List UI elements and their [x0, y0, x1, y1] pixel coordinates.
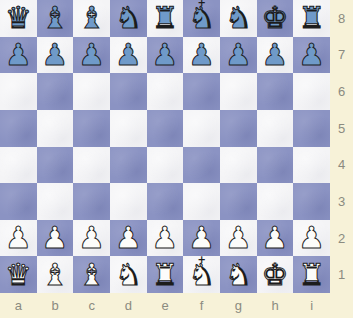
square-c5[interactable] — [73, 110, 110, 147]
square-a2[interactable]: ♟ — [0, 220, 37, 257]
square-g7[interactable]: ♟ — [220, 37, 257, 74]
file-label-d: d — [125, 298, 132, 313]
square-i8[interactable]: ♜ — [293, 0, 330, 37]
square-e3[interactable] — [147, 183, 184, 220]
square-e1[interactable]: ♜ — [147, 256, 184, 293]
square-c6[interactable] — [73, 73, 110, 110]
square-f6[interactable] — [183, 73, 220, 110]
square-b7[interactable]: ♟ — [37, 37, 74, 74]
piece-bP-h7[interactable]: ♟ — [262, 40, 289, 70]
square-f2[interactable]: ♟ — [183, 220, 220, 257]
square-e5[interactable] — [147, 110, 184, 147]
piece-wP-f2[interactable]: ♟ — [188, 223, 215, 253]
square-a8[interactable]: ♛ — [0, 0, 37, 37]
square-e2[interactable]: ♟ — [147, 220, 184, 257]
square-g8[interactable]: ♞ — [220, 0, 257, 37]
file-labels: abcdefghi — [0, 293, 330, 318]
square-h5[interactable] — [257, 110, 294, 147]
square-a5[interactable] — [0, 110, 37, 147]
rank-label-6: 6 — [338, 84, 345, 99]
board-stage: ♛♝♝♞♜♞+♞♚♜♟♟♟♟♟♟♟♟♟♟♟♟♟♟♟♟♟♟♛♝♝♞♜♞+♞♚♜ 8… — [0, 0, 353, 318]
square-i1[interactable]: ♜ — [293, 256, 330, 293]
piece-wP-e2[interactable]: ♟ — [152, 223, 179, 253]
piece-wB-c1[interactable]: ♝ — [78, 260, 105, 290]
file-label-e: e — [161, 298, 168, 313]
square-g6[interactable] — [220, 73, 257, 110]
piece-wP-c2[interactable]: ♟ — [78, 223, 105, 253]
square-a4[interactable] — [0, 147, 37, 184]
square-c1[interactable]: ♝ — [73, 256, 110, 293]
square-e4[interactable] — [147, 147, 184, 184]
square-d2[interactable]: ♟ — [110, 220, 147, 257]
file-label-b: b — [51, 298, 58, 313]
square-d1[interactable]: ♞ — [110, 256, 147, 293]
piece-bR-i8[interactable]: ♜ — [298, 3, 325, 33]
piece-wR-e1[interactable]: ♜ — [152, 260, 179, 290]
square-a3[interactable] — [0, 183, 37, 220]
board: ♛♝♝♞♜♞+♞♚♜♟♟♟♟♟♟♟♟♟♟♟♟♟♟♟♟♟♟♛♝♝♞♜♞+♞♚♜ — [0, 0, 330, 293]
square-d5[interactable] — [110, 110, 147, 147]
rank-label-3: 3 — [338, 194, 345, 209]
piece-bP-b7[interactable]: ♟ — [42, 40, 69, 70]
square-c2[interactable]: ♟ — [73, 220, 110, 257]
piece-bK-h8[interactable]: ♚ — [262, 3, 289, 33]
minister-mitre-icon: + — [197, 255, 205, 265]
square-i4[interactable] — [293, 147, 330, 184]
piece-wN-d1[interactable]: ♞ — [115, 260, 142, 290]
rank-label-2: 2 — [338, 231, 345, 246]
square-f4[interactable] — [183, 147, 220, 184]
square-b2[interactable]: ♟ — [37, 220, 74, 257]
square-b3[interactable] — [37, 183, 74, 220]
piece-bA-f8[interactable]: ♞+ — [188, 3, 215, 33]
file-label-c: c — [88, 298, 95, 313]
square-d7[interactable]: ♟ — [110, 37, 147, 74]
piece-wR-i1[interactable]: ♜ — [298, 260, 325, 290]
square-h2[interactable]: ♟ — [257, 220, 294, 257]
piece-bP-f7[interactable]: ♟ — [188, 40, 215, 70]
piece-bR-e8[interactable]: ♜ — [152, 3, 179, 33]
file-label-h: h — [271, 298, 278, 313]
square-c7[interactable]: ♟ — [73, 37, 110, 74]
square-e8[interactable]: ♜ — [147, 0, 184, 37]
square-h6[interactable] — [257, 73, 294, 110]
square-f5[interactable] — [183, 110, 220, 147]
rank-label-4: 4 — [338, 157, 345, 172]
square-h7[interactable]: ♟ — [257, 37, 294, 74]
square-f8[interactable]: ♞+ — [183, 0, 220, 37]
square-f7[interactable]: ♟ — [183, 37, 220, 74]
square-a7[interactable]: ♟ — [0, 37, 37, 74]
piece-bP-e7[interactable]: ♟ — [152, 40, 179, 70]
rank-label-7: 7 — [338, 47, 345, 62]
square-e7[interactable]: ♟ — [147, 37, 184, 74]
piece-wP-g2[interactable]: ♟ — [225, 223, 252, 253]
rank-label-8: 8 — [338, 11, 345, 26]
square-h4[interactable] — [257, 147, 294, 184]
square-a1[interactable]: ♛ — [0, 256, 37, 293]
square-a6[interactable] — [0, 73, 37, 110]
square-g1[interactable]: ♞ — [220, 256, 257, 293]
square-d6[interactable] — [110, 73, 147, 110]
piece-wN-g1[interactable]: ♞ — [225, 260, 252, 290]
square-d4[interactable] — [110, 147, 147, 184]
piece-bB-b8[interactable]: ♝ — [42, 3, 69, 33]
square-g4[interactable] — [220, 147, 257, 184]
square-b4[interactable] — [37, 147, 74, 184]
square-h1[interactable]: ♚ — [257, 256, 294, 293]
square-d8[interactable]: ♞ — [110, 0, 147, 37]
square-i5[interactable] — [293, 110, 330, 147]
square-b5[interactable] — [37, 110, 74, 147]
corner-spacer — [330, 293, 353, 318]
square-h3[interactable] — [257, 183, 294, 220]
minister-mitre-icon: + — [197, 0, 205, 8]
square-e6[interactable] — [147, 73, 184, 110]
piece-bP-c7[interactable]: ♟ — [78, 40, 105, 70]
square-f3[interactable] — [183, 183, 220, 220]
piece-wP-h2[interactable]: ♟ — [262, 223, 289, 253]
piece-bN-d8[interactable]: ♞ — [115, 3, 142, 33]
piece-bP-g7[interactable]: ♟ — [225, 40, 252, 70]
piece-wK-h1[interactable]: ♚ — [262, 260, 289, 290]
piece-wA-f1[interactable]: ♞+ — [188, 260, 215, 290]
piece-bB-c8[interactable]: ♝ — [78, 3, 105, 33]
square-h8[interactable]: ♚ — [257, 0, 294, 37]
file-label-f: f — [200, 298, 204, 313]
piece-bP-i7[interactable]: ♟ — [298, 40, 325, 70]
piece-wP-b2[interactable]: ♟ — [42, 223, 69, 253]
square-i6[interactable] — [293, 73, 330, 110]
rank-label-1: 1 — [338, 267, 345, 282]
piece-bP-d7[interactable]: ♟ — [115, 40, 142, 70]
square-i3[interactable] — [293, 183, 330, 220]
file-label-a: a — [15, 298, 22, 313]
piece-bQ-a8[interactable]: ♛ — [5, 3, 32, 33]
piece-bP-a7[interactable]: ♟ — [5, 40, 32, 70]
square-d3[interactable] — [110, 183, 147, 220]
piece-wB-b1[interactable]: ♝ — [42, 260, 69, 290]
piece-wQ-a1[interactable]: ♛ — [5, 260, 32, 290]
square-g5[interactable] — [220, 110, 257, 147]
piece-wP-i2[interactable]: ♟ — [298, 223, 325, 253]
file-label-g: g — [235, 298, 242, 313]
square-b1[interactable]: ♝ — [37, 256, 74, 293]
square-c4[interactable] — [73, 147, 110, 184]
piece-wP-d2[interactable]: ♟ — [115, 223, 142, 253]
file-label-i: i — [310, 298, 313, 313]
rank-label-5: 5 — [338, 121, 345, 136]
square-c8[interactable]: ♝ — [73, 0, 110, 37]
square-c3[interactable] — [73, 183, 110, 220]
square-b8[interactable]: ♝ — [37, 0, 74, 37]
square-i7[interactable]: ♟ — [293, 37, 330, 74]
rank-labels: 87654321 — [330, 0, 353, 293]
square-f1[interactable]: ♞+ — [183, 256, 220, 293]
square-g2[interactable]: ♟ — [220, 220, 257, 257]
piece-bN-g8[interactable]: ♞ — [225, 3, 252, 33]
piece-wP-a2[interactable]: ♟ — [5, 223, 32, 253]
square-b6[interactable] — [37, 73, 74, 110]
square-g3[interactable] — [220, 183, 257, 220]
square-i2[interactable]: ♟ — [293, 220, 330, 257]
